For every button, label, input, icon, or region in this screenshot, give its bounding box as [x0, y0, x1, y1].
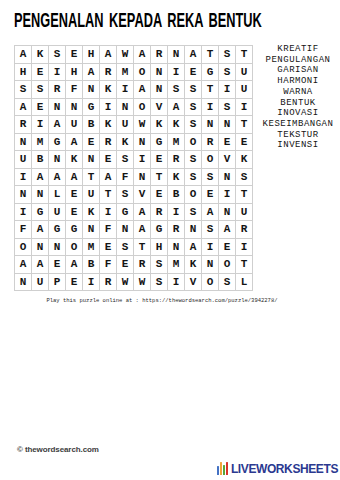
grid-cell-r2c13[interactable]: S	[219, 64, 236, 82]
grid-cell-r2c10[interactable]: I	[168, 64, 185, 82]
grid-cell-r7c10[interactable]: R	[168, 151, 185, 169]
grid-cell-r1c12[interactable]: T	[202, 46, 219, 64]
grid-cell-r8c12[interactable]: S	[202, 169, 219, 187]
liveworksheets-label: LIVEWORKSHEETS	[231, 463, 338, 475]
grid-cell-r7c12[interactable]: O	[202, 151, 219, 169]
grid-cell-r1c4[interactable]: E	[66, 46, 83, 64]
grid-cell-r6c10[interactable]: M	[168, 134, 185, 152]
grid-cell-r11c10[interactable]: R	[168, 221, 185, 239]
grid-cell-r6c9[interactable]: G	[151, 134, 168, 152]
grid-cell-r12c9[interactable]: H	[151, 239, 168, 257]
grid-cell-r3c6[interactable]: K	[100, 81, 117, 99]
grid-cell-r12c2[interactable]: N	[32, 239, 49, 257]
grid-cell-r5c7[interactable]: U	[117, 116, 134, 134]
grid-cell-r2c14[interactable]: U	[236, 64, 253, 82]
grid-cell-r13c14[interactable]: T	[236, 256, 253, 274]
grid-cell-r10c7[interactable]: G	[117, 204, 134, 222]
grid-cell-r5c8[interactable]: W	[134, 116, 151, 134]
grid-cell-r2c2[interactable]: E	[32, 64, 49, 82]
grid-cell-r14c12[interactable]: O	[202, 274, 219, 292]
grid-cell-r10c13[interactable]: N	[219, 204, 236, 222]
play-online-url: Play this puzzle online at : https://the…	[0, 297, 324, 304]
grid-cell-r8c13[interactable]: N	[219, 169, 236, 187]
grid-cell-r12c8[interactable]: T	[134, 239, 151, 257]
grid-cell-r8c3[interactable]: A	[49, 169, 66, 187]
grid-cell-r14c6[interactable]: R	[100, 274, 117, 292]
word-list-item: KESEIMBANGAN	[255, 119, 340, 130]
grid-cell-r1c7[interactable]: W	[117, 46, 134, 64]
word-list-item: WARNA	[255, 87, 340, 98]
grid-cell-r6c5[interactable]: E	[83, 134, 100, 152]
grid-cell-r6c7[interactable]: K	[117, 134, 134, 152]
grid-cell-r14c10[interactable]: I	[168, 274, 185, 292]
grid-cell-r12c14[interactable]: I	[236, 239, 253, 257]
grid-cell-r14c8[interactable]: W	[134, 274, 151, 292]
grid-cell-r7c1[interactable]: U	[15, 151, 32, 169]
grid-cell-r11c5[interactable]: N	[83, 221, 100, 239]
word-list-item: KREATIF	[255, 44, 340, 55]
grid-cell-r13c1[interactable]: A	[15, 256, 32, 274]
grid-cell-r2c12[interactable]: G	[202, 64, 219, 82]
grid-cell-r3c12[interactable]: T	[202, 81, 219, 99]
grid-cell-r10c4[interactable]: E	[66, 204, 83, 222]
grid-cell-r10c10[interactable]: I	[168, 204, 185, 222]
grid-cell-r3c5[interactable]: N	[83, 81, 100, 99]
grid-cell-r13c5[interactable]: B	[83, 256, 100, 274]
grid-cell-r12c12[interactable]: I	[202, 239, 219, 257]
grid-cell-r10c11[interactable]: S	[185, 204, 202, 222]
grid-cell-r4c4[interactable]: N	[66, 99, 83, 117]
grid-cell-r5c14[interactable]: T	[236, 116, 253, 134]
grid-cell-r1c6[interactable]: A	[100, 46, 117, 64]
grid-cell-r12c5[interactable]: M	[83, 239, 100, 257]
grid-cell-r5c13[interactable]: N	[219, 116, 236, 134]
grid-cell-r2c3[interactable]: I	[49, 64, 66, 82]
grid-cell-r3c13[interactable]: I	[219, 81, 236, 99]
grid-cell-r8c11[interactable]: S	[185, 169, 202, 187]
grid-cell-r4c9[interactable]: V	[151, 99, 168, 117]
grid-cell-r9c7[interactable]: S	[117, 186, 134, 204]
grid-cell-r1c2[interactable]: K	[32, 46, 49, 64]
grid-cell-r6c14[interactable]: E	[236, 134, 253, 152]
grid-cell-r6c12[interactable]: R	[202, 134, 219, 152]
grid-cell-r2c1[interactable]: H	[15, 64, 32, 82]
grid-cell-r12c1[interactable]: O	[15, 239, 32, 257]
grid-cell-r4c3[interactable]: N	[49, 99, 66, 117]
grid-cell-r4c6[interactable]: I	[100, 99, 117, 117]
word-search-grid: AKSEHAWARNATSTHEIHARMONIEGSUSSRFNKIANSST…	[14, 45, 253, 291]
grid-cell-r3c8[interactable]: A	[134, 81, 151, 99]
word-list-item: GARISAN	[255, 65, 340, 76]
grid-cell-r10c8[interactable]: A	[134, 204, 151, 222]
grid-cell-r4c5[interactable]: G	[83, 99, 100, 117]
grid-cell-r12c13[interactable]: E	[219, 239, 236, 257]
grid-cell-r1c3[interactable]: S	[49, 46, 66, 64]
grid-cell-r5c1[interactable]: R	[15, 116, 32, 134]
grid-cell-r6c11[interactable]: O	[185, 134, 202, 152]
grid-cell-r5c11[interactable]: S	[185, 116, 202, 134]
grid-cell-r2c8[interactable]: O	[134, 64, 151, 82]
grid-cell-r6c13[interactable]: E	[219, 134, 236, 152]
grid-cell-r1c1[interactable]: A	[15, 46, 32, 64]
grid-cell-r9c1[interactable]: N	[15, 186, 32, 204]
grid-cell-r1c14[interactable]: T	[236, 46, 253, 64]
grid-cell-r11c1[interactable]: F	[15, 221, 32, 239]
grid-cell-r9c2[interactable]: N	[32, 186, 49, 204]
grid-cell-r4c12[interactable]: I	[202, 99, 219, 117]
grid-cell-r14c9[interactable]: S	[151, 274, 168, 292]
grid-cell-r12c11[interactable]: A	[185, 239, 202, 257]
grid-cell-r11c11[interactable]: N	[185, 221, 202, 239]
grid-cell-r8c14[interactable]: S	[236, 169, 253, 187]
grid-cell-r3c14[interactable]: U	[236, 81, 253, 99]
grid-cell-r11c6[interactable]: F	[100, 221, 117, 239]
grid-cell-r14c4[interactable]: E	[66, 274, 83, 292]
grid-cell-r4c2[interactable]: E	[32, 99, 49, 117]
grid-cell-r2c11[interactable]: E	[185, 64, 202, 82]
grid-cell-r12c7[interactable]: S	[117, 239, 134, 257]
grid-cell-r10c14[interactable]: U	[236, 204, 253, 222]
grid-cell-r5c5[interactable]: B	[83, 116, 100, 134]
grid-cell-r8c10[interactable]: K	[168, 169, 185, 187]
grid-cell-r6c2[interactable]: M	[32, 134, 49, 152]
grid-cell-r9c3[interactable]: L	[49, 186, 66, 204]
grid-cell-r10c6[interactable]: I	[100, 204, 117, 222]
grid-cell-r14c2[interactable]: U	[32, 274, 49, 292]
grid-cell-r7c3[interactable]: N	[49, 151, 66, 169]
grid-cell-r9c11[interactable]: O	[185, 186, 202, 204]
grid-cell-r3c3[interactable]: R	[49, 81, 66, 99]
grid-cell-r11c7[interactable]: N	[117, 221, 134, 239]
grid-cell-r4c1[interactable]: A	[15, 99, 32, 117]
grid-cell-r11c8[interactable]: A	[134, 221, 151, 239]
grid-cell-r12c6[interactable]: E	[100, 239, 117, 257]
grid-cell-r8c7[interactable]: F	[117, 169, 134, 187]
grid-cell-r7c13[interactable]: V	[219, 151, 236, 169]
grid-cell-r11c14[interactable]: R	[236, 221, 253, 239]
grid-cell-r8c8[interactable]: N	[134, 169, 151, 187]
grid-cell-r3c9[interactable]: N	[151, 81, 168, 99]
grid-cell-r5c10[interactable]: K	[168, 116, 185, 134]
grid-cell-r7c11[interactable]: S	[185, 151, 202, 169]
grid-cell-r14c1[interactable]: N	[15, 274, 32, 292]
grid-cell-r4c14[interactable]: I	[236, 99, 253, 117]
grid-cell-r7c14[interactable]: K	[236, 151, 253, 169]
grid-cell-r14c7[interactable]: W	[117, 274, 134, 292]
grid-cell-r14c14[interactable]: L	[236, 274, 253, 292]
grid-cell-r1c10[interactable]: N	[168, 46, 185, 64]
grid-cell-r3c7[interactable]: I	[117, 81, 134, 99]
grid-cell-r6c8[interactable]: N	[134, 134, 151, 152]
grid-cell-r13c12[interactable]: N	[202, 256, 219, 274]
grid-cell-r13c2[interactable]: A	[32, 256, 49, 274]
grid-cell-r11c4[interactable]: G	[66, 221, 83, 239]
grid-cell-r3c10[interactable]: S	[168, 81, 185, 99]
grid-cell-r13c10[interactable]: M	[168, 256, 185, 274]
grid-cell-r7c6[interactable]: E	[100, 151, 117, 169]
grid-cell-r7c9[interactable]: E	[151, 151, 168, 169]
word-list-item: INVENSI	[255, 140, 340, 151]
grid-cell-r10c2[interactable]: G	[32, 204, 49, 222]
grid-cell-r12c3[interactable]: N	[49, 239, 66, 257]
grid-cell-r13c11[interactable]: K	[185, 256, 202, 274]
grid-cell-r14c11[interactable]: V	[185, 274, 202, 292]
word-list-item: INOVASI	[255, 108, 340, 119]
grid-cell-r5c12[interactable]: N	[202, 116, 219, 134]
grid-cell-r6c1[interactable]: N	[15, 134, 32, 152]
grid-cell-r4c7[interactable]: N	[117, 99, 134, 117]
grid-cell-r8c9[interactable]: T	[151, 169, 168, 187]
grid-cell-r11c9[interactable]: G	[151, 221, 168, 239]
grid-cell-r8c5[interactable]: T	[83, 169, 100, 187]
word-list-item: BENTUK	[255, 98, 340, 109]
grid-cell-r2c5[interactable]: A	[83, 64, 100, 82]
grid-cell-r1c8[interactable]: A	[134, 46, 151, 64]
grid-cell-r1c11[interactable]: A	[185, 46, 202, 64]
grid-cell-r7c7[interactable]: S	[117, 151, 134, 169]
grid-cell-r11c12[interactable]: S	[202, 221, 219, 239]
grid-cell-r8c4[interactable]: A	[66, 169, 83, 187]
liveworksheets-logo[interactable]: LIVEWORKSHEETS	[217, 462, 338, 475]
puzzle-title: PENGENALAN KEPADA REKA BENTUK	[14, 10, 262, 30]
grid-cell-r9c6[interactable]: T	[100, 186, 117, 204]
grid-cell-r9c5[interactable]: U	[83, 186, 100, 204]
grid-cell-r6c6[interactable]: R	[100, 134, 117, 152]
grid-cell-r7c4[interactable]: K	[66, 151, 83, 169]
grid-cell-r14c5[interactable]: I	[83, 274, 100, 292]
grid-cell-r12c4[interactable]: O	[66, 239, 83, 257]
grid-cell-r13c7[interactable]: E	[117, 256, 134, 274]
grid-cell-r11c13[interactable]: A	[219, 221, 236, 239]
grid-cell-r13c13[interactable]: O	[219, 256, 236, 274]
grid-cell-r10c5[interactable]: K	[83, 204, 100, 222]
grid-cell-r10c3[interactable]: U	[49, 204, 66, 222]
grid-cell-r6c4[interactable]: A	[66, 134, 83, 152]
grid-cell-r4c13[interactable]: S	[219, 99, 236, 117]
grid-cell-r3c11[interactable]: S	[185, 81, 202, 99]
grid-cell-r13c8[interactable]: R	[134, 256, 151, 274]
grid-cell-r13c6[interactable]: F	[100, 256, 117, 274]
grid-cell-r11c2[interactable]: A	[32, 221, 49, 239]
grid-cell-r13c3[interactable]: E	[49, 256, 66, 274]
grid-cell-r5c3[interactable]: A	[49, 116, 66, 134]
grid-cell-r13c4[interactable]: A	[66, 256, 83, 274]
grid-cell-r1c5[interactable]: H	[83, 46, 100, 64]
grid-cell-r6c3[interactable]: G	[49, 134, 66, 152]
grid-cell-r4c10[interactable]: A	[168, 99, 185, 117]
grid-cell-r2c4[interactable]: H	[66, 64, 83, 82]
liveworksheets-bars-icon	[217, 462, 229, 475]
grid-cell-r8c6[interactable]: A	[100, 169, 117, 187]
grid-cell-r5c9[interactable]: K	[151, 116, 168, 134]
grid-cell-r10c9[interactable]: R	[151, 204, 168, 222]
grid-cell-r3c4[interactable]: F	[66, 81, 83, 99]
grid-cell-r2c9[interactable]: N	[151, 64, 168, 82]
grid-cell-r12c10[interactable]: N	[168, 239, 185, 257]
grid-cell-r1c13[interactable]: S	[219, 46, 236, 64]
grid-cell-r9c4[interactable]: E	[66, 186, 83, 204]
grid-cell-r9c8[interactable]: V	[134, 186, 151, 204]
grid-cell-r1c9[interactable]: R	[151, 46, 168, 64]
grid-cell-r5c4[interactable]: U	[66, 116, 83, 134]
grid-cell-r9c13[interactable]: I	[219, 186, 236, 204]
grid-cell-r3c2[interactable]: S	[32, 81, 49, 99]
grid-cell-r9c10[interactable]: B	[168, 186, 185, 204]
grid-cell-r7c8[interactable]: I	[134, 151, 151, 169]
grid-cell-r2c7[interactable]: M	[117, 64, 134, 82]
grid-cell-r8c2[interactable]: A	[32, 169, 49, 187]
grid-cell-r9c14[interactable]: T	[236, 186, 253, 204]
grid-cell-r7c2[interactable]: B	[32, 151, 49, 169]
grid-cell-r4c11[interactable]: S	[185, 99, 202, 117]
grid-cell-r4c8[interactable]: O	[134, 99, 151, 117]
grid-cell-r2c6[interactable]: R	[100, 64, 117, 82]
copyright-text: © thewordsearch.com	[17, 445, 99, 454]
grid-cell-r7c5[interactable]: N	[83, 151, 100, 169]
grid-cell-r5c6[interactable]: K	[100, 116, 117, 134]
grid-cell-r9c9[interactable]: E	[151, 186, 168, 204]
grid-cell-r8c1[interactable]: I	[15, 169, 32, 187]
grid-cell-r9c12[interactable]: E	[202, 186, 219, 204]
word-list: KREATIFPENGULANGANGARISANHARMONIWARNABEN…	[255, 44, 340, 151]
word-list-item: PENGULANGAN	[255, 55, 340, 66]
word-list-item: HARMONI	[255, 76, 340, 87]
grid-cell-r10c12[interactable]: A	[202, 204, 219, 222]
grid-cell-r11c3[interactable]: G	[49, 221, 66, 239]
grid-cell-r13c9[interactable]: S	[151, 256, 168, 274]
grid-cell-r14c3[interactable]: P	[49, 274, 66, 292]
grid-cell-r3c1[interactable]: S	[15, 81, 32, 99]
word-list-item: TEKSTUR	[255, 130, 340, 141]
grid-cell-r10c1[interactable]: I	[15, 204, 32, 222]
grid-cell-r14c13[interactable]: S	[219, 274, 236, 292]
grid-cell-r5c2[interactable]: I	[32, 116, 49, 134]
